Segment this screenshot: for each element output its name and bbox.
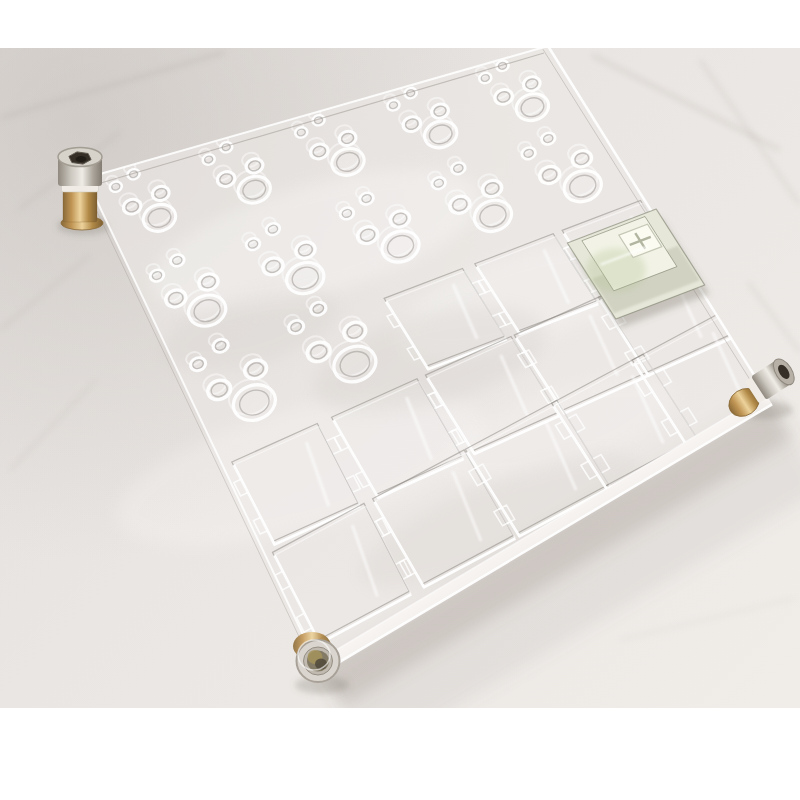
photo-stage bbox=[0, 0, 800, 800]
hole-ring bbox=[109, 181, 123, 193]
photo-margin-top bbox=[0, 0, 800, 48]
photo-margin-bottom bbox=[0, 708, 800, 800]
brass-standoff-body bbox=[63, 190, 97, 222]
hole-ring bbox=[478, 72, 492, 84]
hole-ring bbox=[387, 99, 401, 111]
hex-socket-depth bbox=[76, 156, 87, 162]
hole-ring bbox=[496, 60, 510, 72]
standoff-west bbox=[58, 148, 103, 231]
acrylic-plate-photo bbox=[0, 0, 800, 800]
hole-ring bbox=[294, 126, 308, 138]
hole-ring bbox=[202, 153, 216, 165]
